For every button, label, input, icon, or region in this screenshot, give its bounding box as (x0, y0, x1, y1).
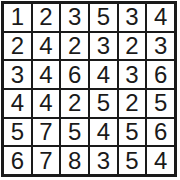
grid-cell-r1c3[interactable]: 3 (61, 4, 88, 31)
grid-cell-r6c6[interactable]: 4 (147, 147, 174, 174)
grid-cell-r3c5[interactable]: 3 (119, 61, 146, 88)
grid-cell-r1c6[interactable]: 4 (147, 4, 174, 31)
grid-cell-r1c1[interactable]: 1 (4, 4, 31, 31)
grid-cell-r6c5[interactable]: 5 (119, 147, 146, 174)
grid-cell-r5c6[interactable]: 6 (147, 119, 174, 146)
grid-cell-r4c5[interactable]: 2 (119, 90, 146, 117)
grid-cell-r2c5[interactable]: 2 (119, 33, 146, 60)
grid-cell-r3c3[interactable]: 6 (61, 61, 88, 88)
grid-cell-r4c3[interactable]: 2 (61, 90, 88, 117)
grid-cell-r4c4[interactable]: 5 (90, 90, 117, 117)
grid-cell-r5c2[interactable]: 7 (33, 119, 60, 146)
number-grid-board: 123534242323346436442525575456678354 (1, 1, 177, 177)
grid-cell-r4c6[interactable]: 5 (147, 90, 174, 117)
grid-cell-r6c3[interactable]: 8 (61, 147, 88, 174)
grid-cell-r6c1[interactable]: 6 (4, 147, 31, 174)
grid-cell-r5c5[interactable]: 5 (119, 119, 146, 146)
grid-cell-r2c1[interactable]: 2 (4, 33, 31, 60)
grid-cell-r3c2[interactable]: 4 (33, 61, 60, 88)
grid-cell-r1c4[interactable]: 5 (90, 4, 117, 31)
grid-cell-r3c1[interactable]: 3 (4, 61, 31, 88)
grid-cell-r1c2[interactable]: 2 (33, 4, 60, 31)
grid-cell-r2c4[interactable]: 3 (90, 33, 117, 60)
grid-cell-r4c2[interactable]: 4 (33, 90, 60, 117)
grid-cell-r6c4[interactable]: 3 (90, 147, 117, 174)
grid-cell-r5c1[interactable]: 5 (4, 119, 31, 146)
grid-cell-r2c3[interactable]: 2 (61, 33, 88, 60)
grid-cell-r2c2[interactable]: 4 (33, 33, 60, 60)
grid-cell-r2c6[interactable]: 3 (147, 33, 174, 60)
grid-cell-r3c6[interactable]: 6 (147, 61, 174, 88)
grid-cell-r5c4[interactable]: 4 (90, 119, 117, 146)
grid-cell-r1c5[interactable]: 3 (119, 4, 146, 31)
grid-cell-r5c3[interactable]: 5 (61, 119, 88, 146)
grid-cell-r6c2[interactable]: 7 (33, 147, 60, 174)
grid-cell-r3c4[interactable]: 4 (90, 61, 117, 88)
grid-cell-r4c1[interactable]: 4 (4, 90, 31, 117)
